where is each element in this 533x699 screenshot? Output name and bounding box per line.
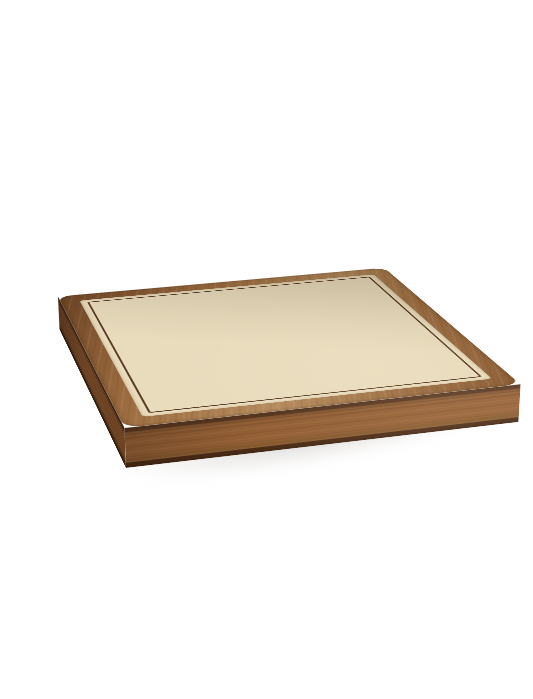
product-photo-canvas bbox=[0, 0, 533, 699]
chess-box-3d bbox=[58, 268, 521, 428]
scene-stage bbox=[0, 0, 533, 699]
